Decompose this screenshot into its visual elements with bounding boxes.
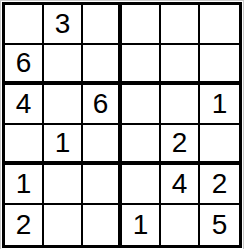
cell-r4c5[interactable]: 2 bbox=[161, 125, 200, 165]
cell-r6c6[interactable]: 5 bbox=[200, 205, 239, 245]
cell-r4c6[interactable] bbox=[200, 125, 239, 165]
cell-r6c4[interactable]: 1 bbox=[122, 205, 161, 245]
cell-r1c3[interactable] bbox=[83, 5, 122, 45]
sudoku-board: 3646112142215 bbox=[2, 2, 242, 248]
cell-r4c1[interactable] bbox=[5, 125, 44, 165]
cell-r3c1[interactable]: 4 bbox=[5, 85, 44, 125]
cell-r4c3[interactable] bbox=[83, 125, 122, 165]
cell-r4c2[interactable]: 1 bbox=[44, 125, 83, 165]
cell-r6c1[interactable]: 2 bbox=[5, 205, 44, 245]
cell-r3c3[interactable]: 6 bbox=[83, 85, 122, 125]
cell-r3c4[interactable] bbox=[122, 85, 161, 125]
cell-r2c4[interactable] bbox=[122, 45, 161, 85]
cell-r6c3[interactable] bbox=[83, 205, 122, 245]
cell-r2c6[interactable] bbox=[200, 45, 239, 85]
cell-r6c5[interactable] bbox=[161, 205, 200, 245]
cell-r6c2[interactable] bbox=[44, 205, 83, 245]
cell-r3c2[interactable] bbox=[44, 85, 83, 125]
cell-r5c1[interactable]: 1 bbox=[5, 165, 44, 205]
cell-r3c5[interactable] bbox=[161, 85, 200, 125]
cell-r3c6[interactable]: 1 bbox=[200, 85, 239, 125]
cell-r5c5[interactable]: 4 bbox=[161, 165, 200, 205]
cell-r2c3[interactable] bbox=[83, 45, 122, 85]
cell-r2c1[interactable]: 6 bbox=[5, 45, 44, 85]
cell-r5c2[interactable] bbox=[44, 165, 83, 205]
cell-r5c3[interactable] bbox=[83, 165, 122, 205]
cell-r4c4[interactable] bbox=[122, 125, 161, 165]
cell-r5c6[interactable]: 2 bbox=[200, 165, 239, 205]
cell-r1c6[interactable] bbox=[200, 5, 239, 45]
sudoku-board-frame: 3646112142215 bbox=[0, 0, 244, 249]
cell-r1c1[interactable] bbox=[5, 5, 44, 45]
cell-r2c2[interactable] bbox=[44, 45, 83, 85]
cell-r1c4[interactable] bbox=[122, 5, 161, 45]
cell-r1c2[interactable]: 3 bbox=[44, 5, 83, 45]
cell-r5c4[interactable] bbox=[122, 165, 161, 205]
cell-r2c5[interactable] bbox=[161, 45, 200, 85]
cell-r1c5[interactable] bbox=[161, 5, 200, 45]
